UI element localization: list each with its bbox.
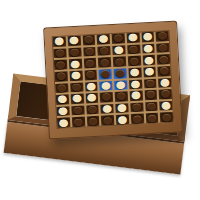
dark-peg: ● bbox=[73, 117, 83, 127]
light-peg: ● bbox=[143, 44, 153, 54]
dark-peg: ● bbox=[157, 31, 167, 41]
light-peg: ● bbox=[128, 33, 138, 43]
reversi-board: ●●●●●●●●●●●●●●●●●●●●●●●●●●●●●●●●●●●●●●●●… bbox=[43, 21, 183, 140]
light-peg: ● bbox=[114, 45, 124, 55]
board-cell-r7c5[interactable]: ● bbox=[115, 103, 128, 113]
board-cell-r8c5[interactable]: ● bbox=[116, 115, 129, 125]
light-peg: ● bbox=[72, 94, 82, 104]
board-cell-r2c1[interactable]: ● bbox=[53, 48, 66, 58]
board-cell-r6c5[interactable]: ● bbox=[115, 91, 128, 101]
light-peg: ● bbox=[70, 59, 80, 69]
light-peg: ● bbox=[86, 82, 96, 92]
board-cell-r3c2[interactable]: ● bbox=[69, 59, 82, 69]
board-cell-r7c1[interactable]: ● bbox=[56, 106, 69, 116]
dark-peg: ● bbox=[113, 34, 123, 44]
board-cell-r2c3[interactable]: ● bbox=[83, 46, 96, 56]
board-cell-r6c3[interactable]: ● bbox=[85, 93, 98, 103]
dark-peg: ● bbox=[84, 47, 94, 57]
dark-peg: ● bbox=[158, 43, 168, 53]
product-photo-scene: ●●●●●●●●●●●●●●●●●●●●●●●●●●●●●●●●●●●●●●●●… bbox=[0, 0, 200, 200]
dark-peg: ● bbox=[132, 114, 142, 124]
light-peg: ● bbox=[58, 106, 68, 116]
light-peg: ● bbox=[131, 91, 141, 101]
board-cell-r8c3[interactable]: ● bbox=[86, 116, 99, 126]
board-cell-r6c6[interactable]: ● bbox=[129, 91, 142, 101]
dark-peg: ● bbox=[55, 60, 65, 70]
dark-peg: ● bbox=[115, 69, 125, 79]
dark-peg: ● bbox=[159, 55, 169, 65]
board-cell-r8c2[interactable]: ● bbox=[72, 117, 85, 127]
board-cell-r8c1[interactable]: ● bbox=[57, 118, 70, 128]
light-peg: ● bbox=[117, 115, 127, 125]
dark-peg: ● bbox=[56, 72, 66, 82]
board-cell-r3c6[interactable]: ● bbox=[128, 56, 141, 66]
dark-peg: ● bbox=[146, 90, 156, 100]
board-cell-r3c1[interactable]: ● bbox=[54, 60, 67, 70]
board-cell-r5c7[interactable]: ● bbox=[143, 78, 156, 88]
light-peg: ● bbox=[87, 93, 97, 103]
dark-peg: ● bbox=[57, 83, 67, 93]
board-cell-r6c1[interactable]: ● bbox=[56, 94, 69, 104]
board-cell-r4c8[interactable]: ● bbox=[158, 66, 171, 76]
dark-peg: ● bbox=[162, 113, 172, 123]
board-cell-r1c6[interactable]: ● bbox=[126, 33, 139, 43]
board-cell-r8c8[interactable]: ● bbox=[160, 112, 173, 122]
dark-peg: ● bbox=[129, 45, 139, 55]
dark-peg: ● bbox=[160, 89, 170, 99]
dark-peg: ● bbox=[87, 105, 97, 115]
board-cell-r3c3[interactable]: ● bbox=[83, 58, 96, 68]
board-cell-r1c5[interactable]: ● bbox=[112, 33, 125, 43]
board-cell-r1c7[interactable]: ● bbox=[141, 32, 154, 42]
board-frame: ●●●●●●●●●●●●●●●●●●●●●●●●●●●●●●●●●●●●●●●●… bbox=[43, 21, 183, 140]
board-cell-r5c2[interactable]: ● bbox=[70, 82, 83, 92]
board-cell-r7c6[interactable]: ● bbox=[130, 102, 143, 112]
light-peg: ● bbox=[71, 71, 81, 81]
light-peg: ● bbox=[144, 67, 154, 77]
dark-peg: ● bbox=[99, 46, 109, 56]
board-cell-r1c4[interactable]: ● bbox=[97, 34, 110, 44]
board-cell-r4c2[interactable]: ● bbox=[69, 70, 82, 80]
light-peg: ● bbox=[116, 80, 126, 90]
board-cell-r4c7[interactable]: ● bbox=[143, 67, 156, 77]
board-cell-r2c2[interactable]: ● bbox=[68, 47, 81, 57]
light-peg: ● bbox=[98, 35, 108, 45]
dark-peg: ● bbox=[103, 116, 113, 126]
dark-peg: ● bbox=[100, 58, 110, 68]
dark-peg: ● bbox=[129, 56, 139, 66]
light-peg: ● bbox=[160, 78, 170, 88]
light-peg: ● bbox=[101, 81, 111, 91]
dark-peg: ● bbox=[71, 82, 81, 92]
board-cell-r5c1[interactable]: ● bbox=[55, 83, 68, 93]
dark-peg: ● bbox=[84, 35, 94, 45]
dark-peg: ● bbox=[86, 70, 96, 80]
dark-peg: ● bbox=[85, 58, 95, 68]
board-cell-r2c6[interactable]: ● bbox=[127, 44, 140, 54]
dark-peg: ● bbox=[116, 92, 126, 102]
board-cell-r1c8[interactable]: ● bbox=[156, 31, 169, 41]
dark-peg: ● bbox=[73, 106, 83, 116]
board-cell-r3c4[interactable]: ● bbox=[98, 57, 111, 67]
dark-peg: ● bbox=[114, 57, 124, 67]
board-cell-r4c3[interactable]: ● bbox=[84, 70, 97, 80]
board-cell-r3c8[interactable]: ● bbox=[157, 54, 170, 64]
board-cell-r5c3[interactable]: ● bbox=[85, 81, 98, 91]
board-cell-r8c7[interactable]: ● bbox=[145, 113, 158, 123]
light-peg: ● bbox=[144, 55, 154, 65]
light-peg: ● bbox=[57, 95, 67, 105]
board-cell-r7c8[interactable]: ● bbox=[159, 101, 172, 111]
board-cell-r2c7[interactable]: ● bbox=[142, 43, 155, 53]
light-peg: ● bbox=[143, 32, 153, 42]
dark-peg: ● bbox=[146, 102, 156, 112]
board-cell-r7c2[interactable]: ● bbox=[71, 105, 84, 115]
board-cell-r7c7[interactable]: ● bbox=[145, 101, 158, 111]
board-cell-r5c5[interactable]: ● bbox=[114, 80, 127, 90]
dark-peg: ● bbox=[147, 113, 157, 123]
board-cell-r1c1[interactable]: ● bbox=[53, 36, 66, 46]
board-cell-r4c6[interactable]: ● bbox=[128, 67, 141, 77]
light-peg: ● bbox=[59, 118, 69, 128]
reversi-board-grid: ●●●●●●●●●●●●●●●●●●●●●●●●●●●●●●●●●●●●●●●●… bbox=[52, 30, 175, 129]
board-cell-r5c8[interactable]: ● bbox=[158, 77, 171, 87]
board-cell-r2c5[interactable]: ● bbox=[112, 45, 125, 55]
dark-peg: ● bbox=[101, 93, 111, 103]
board-cell-r2c4[interactable]: ● bbox=[97, 46, 110, 56]
board-cell-r6c4[interactable]: ● bbox=[100, 92, 113, 102]
board-cell-r8c4[interactable]: ● bbox=[101, 115, 114, 125]
dark-peg: ● bbox=[55, 48, 65, 58]
board-cell-r3c7[interactable]: ● bbox=[142, 55, 155, 65]
board-cell-r4c5[interactable]: ● bbox=[113, 68, 126, 78]
board-cell-r3c5[interactable]: ● bbox=[113, 57, 126, 67]
board-cell-r6c2[interactable]: ● bbox=[70, 94, 83, 104]
board-cell-r6c8[interactable]: ● bbox=[159, 89, 172, 99]
dark-peg: ● bbox=[145, 79, 155, 89]
board-cell-r6c7[interactable]: ● bbox=[144, 90, 157, 100]
light-peg: ● bbox=[54, 37, 64, 47]
board-cell-r7c3[interactable]: ● bbox=[86, 105, 99, 115]
board-cell-r4c1[interactable]: ● bbox=[54, 71, 67, 81]
dark-peg: ● bbox=[100, 69, 110, 79]
board-cell-r2c8[interactable]: ● bbox=[156, 43, 169, 53]
board-cell-r8c6[interactable]: ● bbox=[131, 114, 144, 124]
light-peg: ● bbox=[130, 68, 140, 78]
dark-peg: ● bbox=[159, 66, 169, 76]
light-peg: ● bbox=[69, 36, 79, 46]
board-cell-r1c3[interactable]: ● bbox=[82, 35, 95, 45]
board-cell-r5c4[interactable]: ● bbox=[99, 81, 112, 91]
board-cell-r4c4[interactable]: ● bbox=[99, 69, 112, 79]
light-peg: ● bbox=[102, 104, 112, 114]
dark-peg: ● bbox=[88, 117, 98, 127]
board-cell-r5c6[interactable]: ● bbox=[129, 79, 142, 89]
light-peg: ● bbox=[117, 103, 127, 113]
dark-peg: ● bbox=[132, 103, 142, 113]
board-cell-r7c4[interactable]: ● bbox=[101, 104, 114, 114]
light-peg: ● bbox=[130, 79, 140, 89]
board-cell-r1c2[interactable]: ● bbox=[67, 36, 80, 46]
light-peg: ● bbox=[161, 101, 171, 111]
dark-peg: ● bbox=[70, 48, 80, 58]
